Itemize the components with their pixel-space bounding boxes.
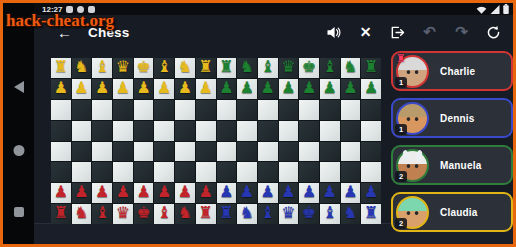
- player-name: Charlie: [440, 66, 475, 77]
- square[interactable]: [175, 100, 195, 120]
- square[interactable]: [196, 162, 216, 182]
- square[interactable]: ♞: [341, 204, 361, 224]
- chess-piece-gN[interactable]: ♞: [343, 59, 357, 75]
- chess-piece-yP[interactable]: ♟: [157, 80, 171, 96]
- avatar-dennis: ♜ 1: [396, 102, 429, 135]
- chess-piece-yK[interactable]: ♚: [136, 59, 150, 75]
- avatar-claudia: ♜ 2: [396, 196, 429, 229]
- android-recents-icon[interactable]: [14, 207, 24, 217]
- player-rank-badge: 2: [395, 218, 407, 229]
- square[interactable]: ♜: [217, 204, 237, 224]
- square[interactable]: [361, 142, 381, 162]
- chess-piece-bP[interactable]: ♟: [219, 184, 233, 200]
- square[interactable]: [134, 142, 154, 162]
- square[interactable]: ♟: [258, 183, 278, 203]
- player-rank-badge: 1: [395, 124, 407, 135]
- app-bar: ← Chess ✕ ↶ ↷: [34, 15, 513, 49]
- status-icons: [476, 4, 509, 14]
- chess-piece-gP[interactable]: ♟: [343, 80, 357, 96]
- chess-piece-gB[interactable]: ♝: [261, 59, 275, 75]
- square[interactable]: ♟: [258, 79, 278, 99]
- square[interactable]: ♝: [92, 204, 112, 224]
- chess-piece-yB[interactable]: ♝: [157, 59, 171, 75]
- chess-piece-rR[interactable]: ♜: [198, 205, 212, 221]
- android-back-icon[interactable]: [14, 81, 24, 93]
- notification-icon: [66, 6, 73, 13]
- square[interactable]: [341, 142, 361, 162]
- square[interactable]: ♟: [320, 79, 340, 99]
- chess-piece-bP[interactable]: ♟: [261, 184, 275, 200]
- chess-piece-yN[interactable]: ♞: [178, 59, 192, 75]
- square[interactable]: ♟: [134, 183, 154, 203]
- chess-piece-rB[interactable]: ♝: [95, 205, 109, 221]
- chess-piece-bP[interactable]: ♟: [240, 184, 254, 200]
- square[interactable]: ♟: [299, 79, 319, 99]
- square[interactable]: ♟: [279, 183, 299, 203]
- square[interactable]: [196, 142, 216, 162]
- square[interactable]: ♞: [72, 58, 92, 78]
- square[interactable]: [279, 121, 299, 141]
- chess-piece-gP[interactable]: ♟: [261, 80, 275, 96]
- square[interactable]: ♜: [217, 58, 237, 78]
- player-rank-badge: 2: [395, 171, 407, 182]
- square[interactable]: [299, 100, 319, 120]
- player-card-claudia[interactable]: ♜ 2 Claudia: [391, 192, 513, 232]
- player-name: Manuela: [440, 160, 481, 171]
- square[interactable]: [154, 121, 174, 141]
- square[interactable]: ♜: [196, 58, 216, 78]
- chess-piece-yP[interactable]: ♟: [54, 80, 68, 96]
- square[interactable]: ♞: [341, 58, 361, 78]
- chess-piece-gN[interactable]: ♞: [240, 59, 254, 75]
- square[interactable]: [196, 100, 216, 120]
- volume-icon[interactable]: [326, 25, 341, 40]
- chess-piece-rN[interactable]: ♞: [74, 205, 88, 221]
- square[interactable]: ♞: [237, 204, 257, 224]
- battery-icon: [503, 4, 509, 14]
- square[interactable]: [51, 142, 71, 162]
- square[interactable]: ♝: [154, 58, 174, 78]
- square[interactable]: ♜: [196, 204, 216, 224]
- phone-screen: hack-cheat.org 12:27 ← Chess ✕ ↶ ↷: [0, 0, 516, 247]
- square[interactable]: ♞: [175, 204, 195, 224]
- chess-piece-yP[interactable]: ♟: [74, 80, 88, 96]
- square[interactable]: [299, 162, 319, 182]
- player-card-charlie[interactable]: ♜ 1 Charlie: [391, 51, 513, 91]
- square[interactable]: [320, 142, 340, 162]
- chess-piece-bQ[interactable]: ♛: [281, 205, 295, 221]
- chess-piece-yB[interactable]: ♝: [95, 59, 109, 75]
- square[interactable]: ♟: [175, 79, 195, 99]
- square[interactable]: [51, 162, 71, 182]
- square[interactable]: [299, 142, 319, 162]
- square[interactable]: [279, 100, 299, 120]
- square[interactable]: ♞: [237, 58, 257, 78]
- chess-piece-rQ[interactable]: ♛: [116, 205, 130, 221]
- chess-piece-yP[interactable]: ♟: [198, 80, 212, 96]
- square[interactable]: [341, 121, 361, 141]
- chess-piece-gR[interactable]: ♜: [219, 59, 233, 75]
- square[interactable]: [92, 100, 112, 120]
- status-bar: 12:27: [34, 3, 513, 15]
- square[interactable]: [72, 162, 92, 182]
- square[interactable]: [279, 162, 299, 182]
- chess-piece-gP[interactable]: ♟: [364, 80, 378, 96]
- square[interactable]: ♝: [154, 204, 174, 224]
- refresh-icon[interactable]: [486, 25, 501, 40]
- chess-piece-rP[interactable]: ♟: [136, 184, 150, 200]
- square[interactable]: ♟: [279, 79, 299, 99]
- chess-piece-bB[interactable]: ♝: [323, 205, 337, 221]
- notification-icon: [88, 6, 95, 13]
- chess-piece-rP[interactable]: ♟: [74, 184, 88, 200]
- square[interactable]: ♛: [113, 204, 133, 224]
- square[interactable]: ♟: [175, 183, 195, 203]
- square[interactable]: [217, 100, 237, 120]
- square[interactable]: ♟: [299, 183, 319, 203]
- square[interactable]: [258, 100, 278, 120]
- square[interactable]: ♟: [92, 183, 112, 203]
- square[interactable]: ♟: [196, 183, 216, 203]
- square[interactable]: ♞: [175, 58, 195, 78]
- square[interactable]: [175, 121, 195, 141]
- square[interactable]: ♟: [361, 183, 381, 203]
- square[interactable]: [217, 142, 237, 162]
- chess-piece-yR[interactable]: ♜: [54, 59, 68, 75]
- android-home-icon[interactable]: [13, 145, 24, 156]
- square[interactable]: ♟: [154, 79, 174, 99]
- chess-piece-yP[interactable]: ♟: [116, 80, 130, 96]
- square[interactable]: [154, 142, 174, 162]
- clock: 12:27: [42, 5, 62, 14]
- square[interactable]: ♟: [217, 183, 237, 203]
- chess-piece-gP[interactable]: ♟: [302, 80, 316, 96]
- chess-piece-yP[interactable]: ♟: [95, 80, 109, 96]
- chess-piece-rN[interactable]: ♞: [178, 205, 192, 221]
- square[interactable]: ♚: [299, 58, 319, 78]
- chess-piece-bP[interactable]: ♟: [364, 184, 378, 200]
- square[interactable]: [320, 162, 340, 182]
- square[interactable]: ♚: [134, 204, 154, 224]
- square[interactable]: ♞: [72, 204, 92, 224]
- close-icon[interactable]: ✕: [358, 25, 373, 40]
- square[interactable]: ♟: [320, 183, 340, 203]
- chess-piece-rB[interactable]: ♝: [157, 205, 171, 221]
- square[interactable]: [154, 100, 174, 120]
- square[interactable]: ♟: [72, 183, 92, 203]
- square[interactable]: [113, 162, 133, 182]
- android-nav-bar: [3, 3, 34, 244]
- players-sidebar: ♜ 1 Charlie ♜ 1 Dennis ♜ 2 Manuela ♜ 2 C…: [391, 51, 513, 239]
- square[interactable]: [299, 121, 319, 141]
- undo-icon[interactable]: ↶: [422, 25, 437, 40]
- square[interactable]: [258, 162, 278, 182]
- square[interactable]: [51, 100, 71, 120]
- square[interactable]: [237, 100, 257, 120]
- chess-piece-gP[interactable]: ♟: [240, 80, 254, 96]
- square[interactable]: ♛: [279, 58, 299, 78]
- chess-piece-yQ[interactable]: ♛: [116, 59, 130, 75]
- square[interactable]: ♟: [341, 183, 361, 203]
- square[interactable]: ♝: [258, 58, 278, 78]
- page-title: Chess: [88, 25, 130, 40]
- square[interactable]: [51, 121, 71, 141]
- chess-piece-bB[interactable]: ♝: [261, 205, 275, 221]
- turn-indicator-rook-icon: ♜: [396, 53, 406, 64]
- chess-piece-rP[interactable]: ♟: [54, 184, 68, 200]
- chess-piece-yN[interactable]: ♞: [74, 59, 88, 75]
- chess-piece-gQ[interactable]: ♛: [281, 59, 295, 75]
- square[interactable]: ♟: [92, 79, 112, 99]
- square[interactable]: [113, 142, 133, 162]
- chess-piece-bP[interactable]: ♟: [302, 184, 316, 200]
- square[interactable]: [175, 142, 195, 162]
- square[interactable]: [134, 121, 154, 141]
- avatar-charlie: ♜ 1: [396, 55, 429, 88]
- player-name: Dennis: [440, 113, 475, 124]
- chess-piece-rK[interactable]: ♚: [136, 205, 150, 221]
- chess-piece-rP[interactable]: ♟: [95, 184, 109, 200]
- square[interactable]: ♝: [320, 58, 340, 78]
- chess-piece-bP[interactable]: ♟: [343, 184, 357, 200]
- chess-piece-bR[interactable]: ♜: [219, 205, 233, 221]
- square[interactable]: ♝: [92, 58, 112, 78]
- redo-icon[interactable]: ↷: [454, 25, 469, 40]
- player-card-manuela[interactable]: ♜ 2 Manuela: [391, 145, 513, 185]
- square[interactable]: [72, 100, 92, 120]
- square[interactable]: [72, 121, 92, 141]
- square[interactable]: ♟: [196, 79, 216, 99]
- square[interactable]: [320, 121, 340, 141]
- chess-piece-gK[interactable]: ♚: [302, 59, 316, 75]
- chess-piece-yP[interactable]: ♟: [136, 80, 150, 96]
- square[interactable]: [341, 100, 361, 120]
- square[interactable]: ♛: [113, 58, 133, 78]
- avatar-manuela-bunny-ears: ♜ 2: [396, 149, 429, 182]
- player-name: Claudia: [440, 207, 478, 218]
- chess-piece-yP[interactable]: ♟: [178, 80, 192, 96]
- square[interactable]: ♟: [341, 79, 361, 99]
- chess-piece-bR[interactable]: ♜: [364, 205, 378, 221]
- square[interactable]: [92, 162, 112, 182]
- square[interactable]: [341, 162, 361, 182]
- back-arrow-icon[interactable]: ←: [57, 24, 72, 41]
- chess-piece-rR[interactable]: ♜: [54, 205, 68, 221]
- chess-piece-rP[interactable]: ♟: [116, 184, 130, 200]
- notification-icon: [77, 6, 84, 13]
- square[interactable]: [237, 142, 257, 162]
- square[interactable]: ♛: [279, 204, 299, 224]
- square[interactable]: ♜: [361, 204, 381, 224]
- square[interactable]: [175, 162, 195, 182]
- chess-piece-bN[interactable]: ♞: [240, 205, 254, 221]
- square[interactable]: ♟: [237, 183, 257, 203]
- chess-piece-gP[interactable]: ♟: [219, 80, 233, 96]
- chess-piece-rP[interactable]: ♟: [178, 184, 192, 200]
- square[interactable]: [361, 100, 381, 120]
- wifi-icon: [476, 5, 487, 14]
- square[interactable]: ♝: [320, 204, 340, 224]
- square[interactable]: [217, 121, 237, 141]
- square[interactable]: ♟: [113, 183, 133, 203]
- square[interactable]: ♟: [113, 79, 133, 99]
- square[interactable]: [113, 100, 133, 120]
- chess-piece-gP[interactable]: ♟: [281, 80, 295, 96]
- square[interactable]: [258, 142, 278, 162]
- square[interactable]: ♚: [299, 204, 319, 224]
- chess-piece-rP[interactable]: ♟: [198, 184, 212, 200]
- chess-piece-bN[interactable]: ♞: [343, 205, 357, 221]
- square[interactable]: [361, 121, 381, 141]
- square[interactable]: ♟: [217, 79, 237, 99]
- square[interactable]: [279, 142, 299, 162]
- square[interactable]: [92, 142, 112, 162]
- square[interactable]: ♜: [51, 58, 71, 78]
- chess-piece-rP[interactable]: ♟: [157, 184, 171, 200]
- square[interactable]: ♟: [51, 79, 71, 99]
- square[interactable]: [237, 121, 257, 141]
- chess-piece-bK[interactable]: ♚: [302, 205, 316, 221]
- square[interactable]: ♚: [134, 58, 154, 78]
- exit-icon[interactable]: [390, 25, 405, 40]
- square[interactable]: [72, 142, 92, 162]
- square[interactable]: ♟: [134, 79, 154, 99]
- signal-icon: [490, 5, 500, 14]
- chess-board[interactable]: ♜♞♝♛♚♝♞♜♜♞♝♛♚♝♞♜♟♟♟♟♟♟♟♟♟♟♟♟♟♟♟♟♟♟♟♟♟♟♟♟…: [51, 58, 381, 224]
- player-rank-badge: 1: [395, 77, 407, 88]
- square[interactable]: [113, 121, 133, 141]
- square[interactable]: ♜: [361, 58, 381, 78]
- square[interactable]: ♟: [237, 79, 257, 99]
- square[interactable]: [92, 121, 112, 141]
- square[interactable]: [237, 162, 257, 182]
- square[interactable]: ♝: [258, 204, 278, 224]
- player-card-dennis[interactable]: ♜ 1 Dennis: [391, 98, 513, 138]
- square[interactable]: [320, 100, 340, 120]
- chess-piece-gB[interactable]: ♝: [323, 59, 337, 75]
- square[interactable]: [134, 100, 154, 120]
- square[interactable]: ♜: [51, 204, 71, 224]
- chess-piece-bP[interactable]: ♟: [281, 184, 295, 200]
- square[interactable]: ♟: [72, 79, 92, 99]
- square[interactable]: [134, 162, 154, 182]
- square[interactable]: [196, 121, 216, 141]
- square[interactable]: ♟: [154, 183, 174, 203]
- chess-piece-gR[interactable]: ♜: [364, 59, 378, 75]
- square[interactable]: [258, 121, 278, 141]
- chess-piece-gP[interactable]: ♟: [323, 80, 337, 96]
- square[interactable]: ♟: [51, 183, 71, 203]
- square[interactable]: [361, 162, 381, 182]
- square[interactable]: ♟: [361, 79, 381, 99]
- square[interactable]: [154, 162, 174, 182]
- chess-piece-yR[interactable]: ♜: [198, 59, 212, 75]
- square[interactable]: [217, 162, 237, 182]
- chess-piece-bP[interactable]: ♟: [323, 184, 337, 200]
